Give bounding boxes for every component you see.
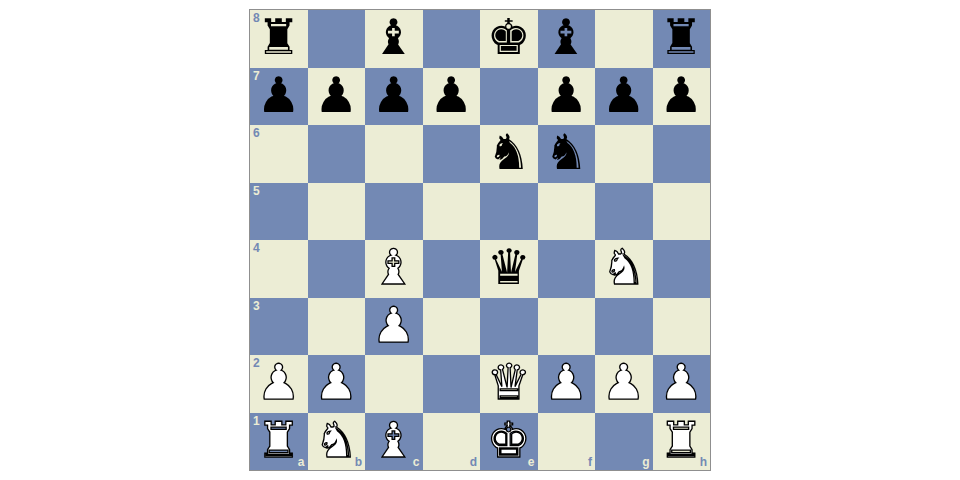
rank-label-4: 4 <box>253 242 260 254</box>
square-b4[interactable] <box>308 240 366 298</box>
square-g4[interactable]: ♞ <box>595 240 653 298</box>
square-d6[interactable] <box>423 125 481 183</box>
piece-black-knight[interactable]: ♞ <box>544 128 588 177</box>
square-h1[interactable]: h♜ <box>653 413 711 471</box>
square-c1[interactable]: c♝ <box>365 413 423 471</box>
square-h3[interactable] <box>653 298 711 356</box>
square-g1[interactable]: g <box>595 413 653 471</box>
piece-black-pawn[interactable]: ♟ <box>314 71 358 120</box>
piece-black-bishop[interactable]: ♝ <box>544 13 588 62</box>
rank-label-5: 5 <box>253 185 260 197</box>
piece-black-pawn[interactable]: ♟ <box>257 71 301 120</box>
rank-label-6: 6 <box>253 127 260 139</box>
piece-white-pawn[interactable]: ♟ <box>314 358 358 407</box>
chess-board: 8♜♝♚♝♜7♟♟♟♟♟♟♟6♞♞54♝♛♞3♟2♟♟♛♟♟♟1a♜b♞c♝de… <box>249 9 711 471</box>
piece-black-pawn[interactable]: ♟ <box>372 71 416 120</box>
square-b3[interactable] <box>308 298 366 356</box>
square-e6[interactable]: ♞ <box>480 125 538 183</box>
square-d8[interactable] <box>423 10 481 68</box>
square-f2[interactable]: ♟ <box>538 355 596 413</box>
piece-black-pawn[interactable]: ♟ <box>544 71 588 120</box>
square-d2[interactable] <box>423 355 481 413</box>
square-a6[interactable]: 6 <box>250 125 308 183</box>
square-b8[interactable] <box>308 10 366 68</box>
square-e5[interactable] <box>480 183 538 241</box>
square-d1[interactable]: d <box>423 413 481 471</box>
piece-white-rook[interactable]: ♜ <box>659 416 703 465</box>
square-f3[interactable] <box>538 298 596 356</box>
square-a5[interactable]: 5 <box>250 183 308 241</box>
piece-black-rook[interactable]: ♜ <box>659 13 703 62</box>
square-f6[interactable]: ♞ <box>538 125 596 183</box>
square-c2[interactable] <box>365 355 423 413</box>
piece-black-king[interactable]: ♚ <box>487 13 531 62</box>
piece-black-queen[interactable]: ♛ <box>487 243 531 292</box>
square-b2[interactable]: ♟ <box>308 355 366 413</box>
file-label-g: g <box>642 456 649 468</box>
piece-white-bishop[interactable]: ♝ <box>372 416 416 465</box>
square-c7[interactable]: ♟ <box>365 68 423 126</box>
square-h6[interactable] <box>653 125 711 183</box>
square-f8[interactable]: ♝ <box>538 10 596 68</box>
file-label-d: d <box>470 456 477 468</box>
square-c8[interactable]: ♝ <box>365 10 423 68</box>
piece-white-pawn[interactable]: ♟ <box>372 301 416 350</box>
square-g8[interactable] <box>595 10 653 68</box>
square-a8[interactable]: 8♜ <box>250 10 308 68</box>
square-a1[interactable]: 1a♜ <box>250 413 308 471</box>
piece-white-pawn[interactable]: ♟ <box>659 358 703 407</box>
square-h2[interactable]: ♟ <box>653 355 711 413</box>
rank-label-3: 3 <box>253 300 260 312</box>
square-h7[interactable]: ♟ <box>653 68 711 126</box>
piece-white-knight[interactable]: ♞ <box>314 416 358 465</box>
square-e8[interactable]: ♚ <box>480 10 538 68</box>
square-g6[interactable] <box>595 125 653 183</box>
square-e4[interactable]: ♛ <box>480 240 538 298</box>
piece-black-pawn[interactable]: ♟ <box>659 71 703 120</box>
square-e7[interactable] <box>480 68 538 126</box>
square-d4[interactable] <box>423 240 481 298</box>
square-f5[interactable] <box>538 183 596 241</box>
piece-white-king[interactable]: ♚ <box>487 416 531 465</box>
square-c6[interactable] <box>365 125 423 183</box>
square-g5[interactable] <box>595 183 653 241</box>
piece-white-bishop[interactable]: ♝ <box>372 243 416 292</box>
square-b5[interactable] <box>308 183 366 241</box>
square-c4[interactable]: ♝ <box>365 240 423 298</box>
square-f7[interactable]: ♟ <box>538 68 596 126</box>
piece-white-queen[interactable]: ♛ <box>487 358 531 407</box>
piece-white-pawn[interactable]: ♟ <box>257 358 301 407</box>
square-g7[interactable]: ♟ <box>595 68 653 126</box>
square-g2[interactable]: ♟ <box>595 355 653 413</box>
piece-white-pawn[interactable]: ♟ <box>602 358 646 407</box>
square-a7[interactable]: 7♟ <box>250 68 308 126</box>
square-h4[interactable] <box>653 240 711 298</box>
square-b6[interactable] <box>308 125 366 183</box>
square-g3[interactable] <box>595 298 653 356</box>
piece-black-knight[interactable]: ♞ <box>487 128 531 177</box>
square-b7[interactable]: ♟ <box>308 68 366 126</box>
square-c5[interactable] <box>365 183 423 241</box>
square-d5[interactable] <box>423 183 481 241</box>
piece-black-pawn[interactable]: ♟ <box>602 71 646 120</box>
square-a4[interactable]: 4 <box>250 240 308 298</box>
square-h8[interactable]: ♜ <box>653 10 711 68</box>
square-h5[interactable] <box>653 183 711 241</box>
square-b1[interactable]: b♞ <box>308 413 366 471</box>
file-label-f: f <box>588 456 592 468</box>
piece-black-bishop[interactable]: ♝ <box>372 13 416 62</box>
piece-black-rook[interactable]: ♜ <box>257 13 301 62</box>
square-f1[interactable]: f <box>538 413 596 471</box>
square-e2[interactable]: ♛ <box>480 355 538 413</box>
piece-white-pawn[interactable]: ♟ <box>544 358 588 407</box>
square-c3[interactable]: ♟ <box>365 298 423 356</box>
piece-black-pawn[interactable]: ♟ <box>429 71 473 120</box>
square-e1[interactable]: e♚ <box>480 413 538 471</box>
square-d3[interactable] <box>423 298 481 356</box>
square-d7[interactable]: ♟ <box>423 68 481 126</box>
piece-white-rook[interactable]: ♜ <box>257 416 301 465</box>
square-a3[interactable]: 3 <box>250 298 308 356</box>
piece-white-knight[interactable]: ♞ <box>602 243 646 292</box>
square-a2[interactable]: 2♟ <box>250 355 308 413</box>
square-e3[interactable] <box>480 298 538 356</box>
square-f4[interactable] <box>538 240 596 298</box>
